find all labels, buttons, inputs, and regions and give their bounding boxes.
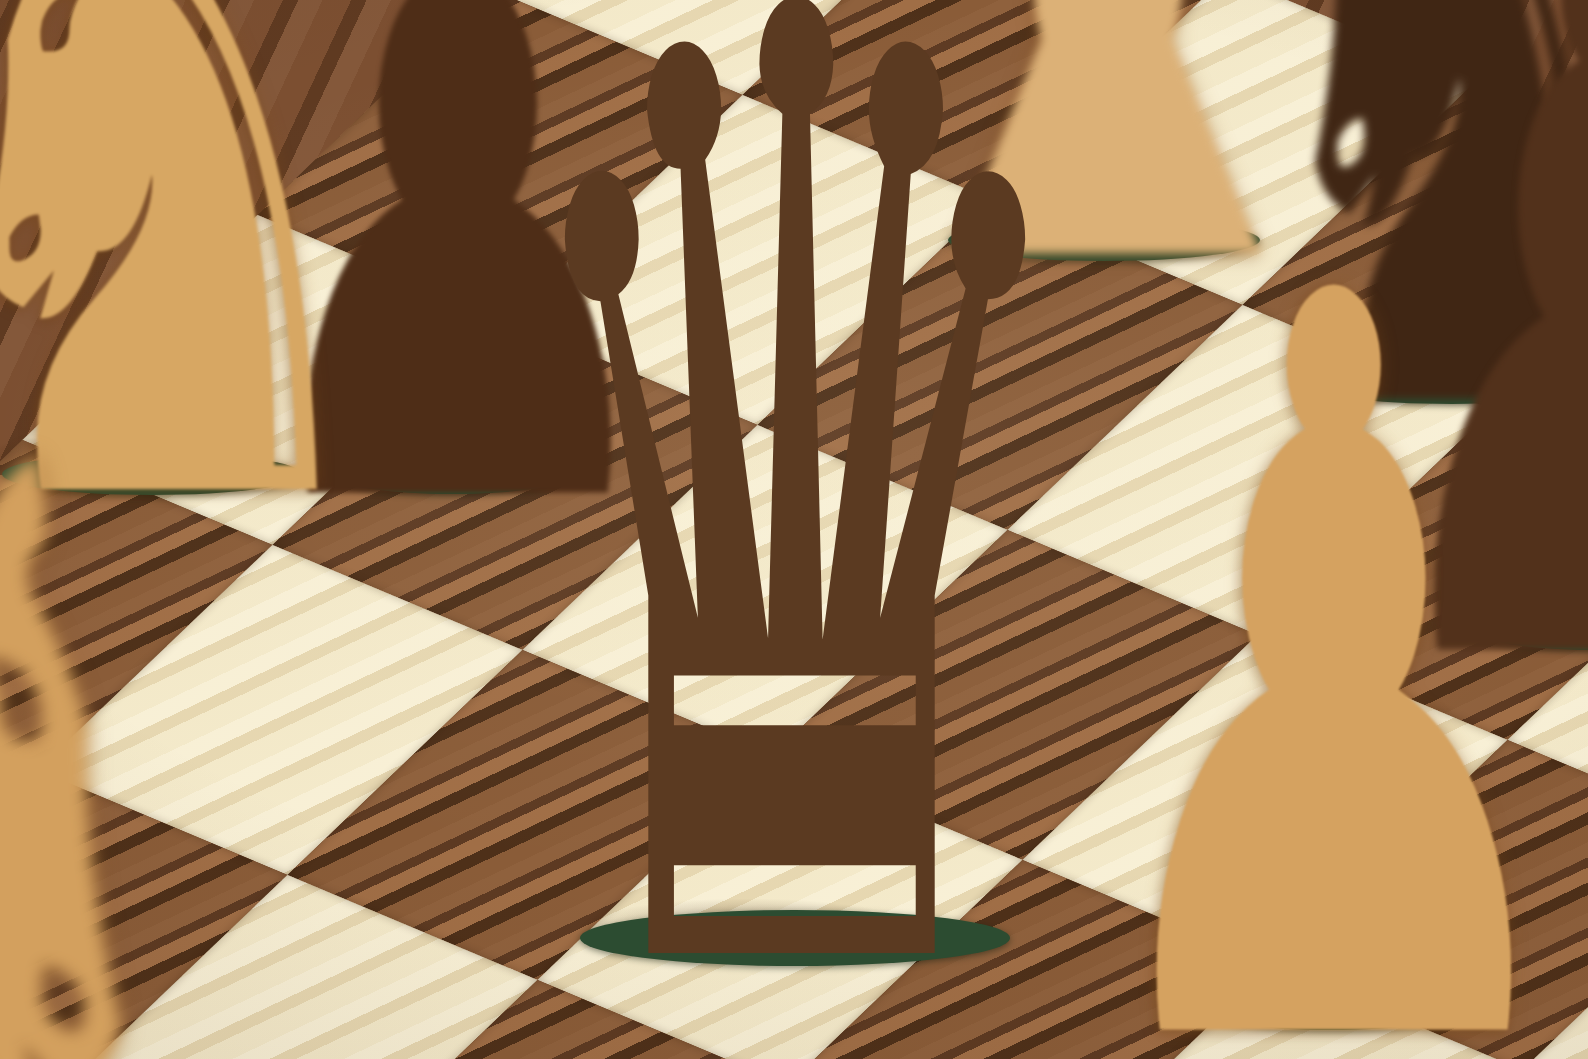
pawn-icon: ♟ — [1069, 294, 1588, 1059]
piece-white-pawn-f5[interactable]: ♟ — [877, 294, 1588, 1059]
chess-photo-stage: ♝♞♟♞♟♛♟♞ — [0, 0, 1588, 1059]
pieces-layer: ♝♞♟♞♟♛♟♞ — [0, 0, 1588, 1059]
knight-icon: ♞ — [0, 409, 251, 1059]
piece-white-knight-c3[interactable]: ♞ — [0, 409, 473, 1059]
